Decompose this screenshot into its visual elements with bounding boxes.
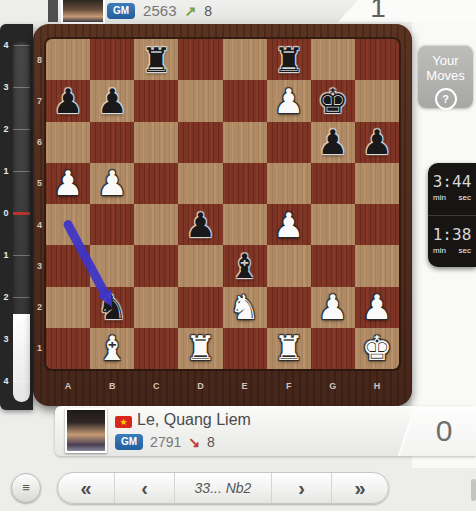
eval-scale-label: 2 bbox=[0, 292, 12, 302]
square-h7[interactable] bbox=[355, 80, 399, 121]
evaluation-track bbox=[13, 40, 30, 402]
bottom-player-avatar bbox=[65, 408, 107, 453]
your-moves-line1: Your bbox=[418, 53, 473, 68]
top-player-rating-change: 8 bbox=[204, 3, 212, 19]
square-g2[interactable]: ♟ bbox=[311, 287, 355, 328]
rank-label-8: 8 bbox=[33, 39, 46, 80]
square-b8[interactable] bbox=[90, 39, 134, 80]
square-b1[interactable]: ♝ bbox=[90, 328, 134, 369]
black-pawn[interactable]: ♟ bbox=[90, 80, 134, 121]
white-pawn[interactable]: ♟ bbox=[90, 163, 134, 204]
square-a5[interactable]: ♟ bbox=[46, 163, 90, 204]
bottom-clock-min-label: min bbox=[433, 246, 446, 255]
eval-scale-label: 0 bbox=[0, 208, 12, 218]
square-g7[interactable]: ♚ bbox=[311, 80, 355, 121]
square-d3[interactable] bbox=[178, 245, 222, 286]
black-pawn[interactable]: ♟ bbox=[178, 204, 222, 245]
square-d1[interactable]: ♜ bbox=[178, 328, 222, 369]
square-d2[interactable] bbox=[178, 287, 222, 328]
file-label-h: H bbox=[355, 376, 399, 396]
square-h3[interactable] bbox=[355, 245, 399, 286]
square-b2[interactable]: ♞ bbox=[90, 287, 134, 328]
white-pawn[interactable]: ♟ bbox=[267, 204, 311, 245]
eval-tick bbox=[13, 129, 30, 130]
move-navigation: « ‹ 33... Nb2 › » bbox=[57, 472, 389, 504]
square-g6[interactable]: ♟ bbox=[311, 122, 355, 163]
square-b7[interactable]: ♟ bbox=[90, 80, 134, 121]
square-d5[interactable] bbox=[178, 163, 222, 204]
evaluation-white-fill bbox=[13, 314, 30, 402]
top-player-title-badge: GM bbox=[107, 3, 135, 19]
eval-scale-label: 4 bbox=[0, 40, 12, 50]
square-g8[interactable] bbox=[311, 39, 355, 80]
eval-scale-label: 1 bbox=[0, 166, 12, 176]
file-label-b: B bbox=[90, 376, 134, 396]
square-f5[interactable] bbox=[267, 163, 311, 204]
square-h4[interactable] bbox=[355, 204, 399, 245]
square-a4[interactable] bbox=[46, 204, 90, 245]
square-g3[interactable] bbox=[311, 245, 355, 286]
current-move-label: 33... Nb2 bbox=[175, 473, 272, 503]
your-moves-line2: Moves bbox=[418, 68, 473, 83]
square-e3[interactable]: ♝ bbox=[223, 245, 267, 286]
white-pawn[interactable]: ♟ bbox=[311, 287, 355, 328]
square-f4[interactable]: ♟ bbox=[267, 204, 311, 245]
rank-label-4: 4 bbox=[33, 204, 46, 245]
file-label-f: F bbox=[267, 376, 311, 396]
clock-panel: 3:44 min sec 1:38 min sec bbox=[428, 163, 476, 267]
square-e8[interactable] bbox=[223, 39, 267, 80]
square-e1[interactable] bbox=[223, 328, 267, 369]
next-move-button[interactable]: › bbox=[272, 473, 332, 503]
white-rook[interactable]: ♜ bbox=[178, 328, 222, 369]
white-knight[interactable]: ♞ bbox=[223, 287, 267, 328]
evaluation-bar: 432101234 bbox=[0, 24, 33, 410]
square-d6[interactable] bbox=[178, 122, 222, 163]
square-c6[interactable] bbox=[134, 122, 178, 163]
top-player-avatar bbox=[61, 0, 105, 24]
top-player-clock: 3:44 min sec bbox=[428, 163, 476, 215]
top-player-rating: 2563 bbox=[143, 2, 176, 19]
square-f7[interactable]: ♟ bbox=[267, 80, 311, 121]
white-rook[interactable]: ♜ bbox=[267, 328, 311, 369]
black-knight[interactable]: ♞ bbox=[90, 287, 134, 328]
square-f3[interactable] bbox=[267, 245, 311, 286]
eval-tick bbox=[13, 255, 30, 256]
square-f2[interactable] bbox=[267, 287, 311, 328]
top-clock-sec-label: sec bbox=[459, 193, 471, 202]
square-f8[interactable]: ♜ bbox=[267, 39, 311, 80]
white-pawn[interactable]: ♟ bbox=[355, 287, 399, 328]
file-label-a: A bbox=[46, 376, 90, 396]
white-pawn[interactable]: ♟ bbox=[46, 163, 90, 204]
board-squares: ♜♜♟♟♟♚♟♟♟♟♟♟♝♞♞♟♟♝♜♜♚ bbox=[46, 39, 399, 369]
square-c3[interactable] bbox=[134, 245, 178, 286]
black-king[interactable]: ♚ bbox=[311, 80, 355, 121]
top-clock-time: 3:44 bbox=[428, 163, 476, 191]
black-rook[interactable]: ♜ bbox=[267, 39, 311, 80]
square-e5[interactable] bbox=[223, 163, 267, 204]
eval-tick bbox=[13, 297, 30, 298]
square-c5[interactable] bbox=[134, 163, 178, 204]
file-label-c: C bbox=[134, 376, 178, 396]
eval-tick bbox=[13, 87, 30, 88]
eval-zero-line bbox=[13, 212, 30, 215]
black-pawn[interactable]: ♟ bbox=[355, 122, 399, 163]
square-a8[interactable] bbox=[46, 39, 90, 80]
square-c1[interactable] bbox=[134, 328, 178, 369]
file-label-g: G bbox=[311, 376, 355, 396]
black-rook[interactable]: ♜ bbox=[134, 39, 178, 80]
square-h5[interactable] bbox=[355, 163, 399, 204]
rank-label-7: 7 bbox=[33, 80, 46, 121]
rank-label-5: 5 bbox=[33, 163, 46, 204]
eval-scale-label: 4 bbox=[0, 376, 12, 386]
chess-board: 87654321 ♜♜♟♟♟♚♟♟♟♟♟♟♝♞♞♟♟♝♜♜♚ ABCDEFGH bbox=[33, 24, 412, 406]
bottom-player-clock: 1:38 min sec bbox=[428, 215, 476, 267]
bottom-player-title-badge: GM bbox=[115, 434, 143, 450]
square-d8[interactable] bbox=[178, 39, 222, 80]
bottom-player-rating: 2791 bbox=[150, 434, 181, 450]
rating-down-arrow-icon: ↘ bbox=[188, 434, 200, 450]
square-c2[interactable] bbox=[134, 287, 178, 328]
white-king[interactable]: ♚ bbox=[355, 328, 399, 369]
top-clock-min-label: min bbox=[433, 193, 446, 202]
top-bar-left-strip bbox=[48, 0, 58, 22]
square-g4[interactable] bbox=[311, 204, 355, 245]
vietnam-flag-icon: ★ bbox=[115, 416, 132, 428]
square-c4[interactable] bbox=[134, 204, 178, 245]
square-h2[interactable]: ♟ bbox=[355, 287, 399, 328]
rating-up-arrow-icon: ↗ bbox=[184, 3, 196, 19]
square-b4[interactable] bbox=[90, 204, 134, 245]
square-h1[interactable]: ♚ bbox=[355, 328, 399, 369]
your-moves-panel: Your Moves ? bbox=[418, 45, 473, 108]
last-move-button[interactable]: » bbox=[332, 473, 388, 503]
white-bishop[interactable]: ♝ bbox=[90, 328, 134, 369]
rank-label-2: 2 bbox=[33, 287, 46, 328]
first-move-button[interactable]: « bbox=[58, 473, 115, 503]
square-b6[interactable] bbox=[90, 122, 134, 163]
eval-tick bbox=[13, 381, 30, 382]
square-e7[interactable] bbox=[223, 80, 267, 121]
square-f1[interactable]: ♜ bbox=[267, 328, 311, 369]
eval-scale-label: 1 bbox=[0, 250, 12, 260]
eval-scale-label: 3 bbox=[0, 334, 12, 344]
square-a2[interactable] bbox=[46, 287, 90, 328]
rank-labels: 87654321 bbox=[33, 39, 46, 369]
square-e6[interactable] bbox=[223, 122, 267, 163]
previous-move-button[interactable]: ‹ bbox=[115, 473, 175, 503]
eval-tick bbox=[13, 339, 30, 340]
bottom-player-name: Le, Quang Liem bbox=[137, 411, 251, 429]
top-player-score-panel: 1 bbox=[338, 0, 476, 22]
square-b5[interactable]: ♟ bbox=[90, 163, 134, 204]
file-label-d: D bbox=[178, 376, 222, 396]
square-a3[interactable] bbox=[46, 245, 90, 286]
square-h8[interactable] bbox=[355, 39, 399, 80]
square-a6[interactable] bbox=[46, 122, 90, 163]
scrollbar[interactable] bbox=[471, 479, 476, 501]
eval-tick bbox=[13, 45, 30, 46]
black-pawn[interactable]: ♟ bbox=[311, 122, 355, 163]
black-bishop[interactable]: ♝ bbox=[223, 245, 267, 286]
bottom-clock-time: 1:38 bbox=[428, 216, 476, 244]
black-pawn[interactable]: ♟ bbox=[46, 80, 90, 121]
bottom-player-rating-change: 8 bbox=[207, 434, 215, 450]
square-g1[interactable] bbox=[311, 328, 355, 369]
square-g5[interactable] bbox=[311, 163, 355, 204]
eval-tick bbox=[13, 171, 30, 172]
square-c8[interactable]: ♜ bbox=[134, 39, 178, 80]
square-f6[interactable] bbox=[267, 122, 311, 163]
square-h6[interactable]: ♟ bbox=[355, 122, 399, 163]
square-a7[interactable]: ♟ bbox=[46, 80, 90, 121]
top-player-score: 1 bbox=[366, 0, 390, 22]
square-e4[interactable] bbox=[223, 204, 267, 245]
bottom-player-bar: ★ Le, Quang Liem GM 2791 ↘ 8 0 bbox=[55, 406, 476, 456]
square-e2[interactable]: ♞ bbox=[223, 287, 267, 328]
bottom-clock-sec-label: sec bbox=[459, 246, 471, 255]
white-pawn[interactable]: ♟ bbox=[267, 80, 311, 121]
rank-label-6: 6 bbox=[33, 122, 46, 163]
help-icon[interactable]: ? bbox=[435, 88, 457, 110]
rank-label-3: 3 bbox=[33, 245, 46, 286]
square-c7[interactable] bbox=[134, 80, 178, 121]
chess-app-screen: GM 2563 ↗ 8 1 432101234 87654321 ♜♜♟♟♟♚♟… bbox=[0, 0, 476, 511]
menu-button[interactable]: ≡ bbox=[11, 473, 41, 503]
square-d7[interactable] bbox=[178, 80, 222, 121]
square-b3[interactable] bbox=[90, 245, 134, 286]
bottom-player-score: 0 bbox=[424, 414, 464, 448]
file-labels: ABCDEFGH bbox=[46, 376, 399, 396]
square-a1[interactable] bbox=[46, 328, 90, 369]
square-d4[interactable]: ♟ bbox=[178, 204, 222, 245]
eval-scale-label: 3 bbox=[0, 82, 12, 92]
rank-label-1: 1 bbox=[33, 328, 46, 369]
eval-scale-label: 2 bbox=[0, 124, 12, 134]
file-label-e: E bbox=[223, 376, 267, 396]
